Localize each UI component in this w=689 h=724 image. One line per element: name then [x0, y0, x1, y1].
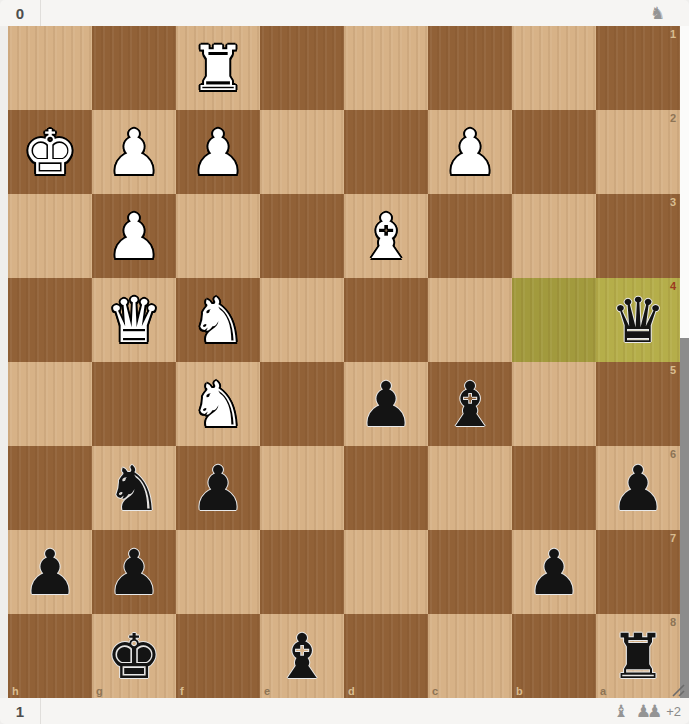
square-c1[interactable]: [428, 26, 512, 110]
square-e3[interactable]: [260, 194, 344, 278]
square-e4[interactable]: [260, 278, 344, 362]
square-b2[interactable]: [512, 110, 596, 194]
square-f2[interactable]: ♟: [176, 110, 260, 194]
square-c4[interactable]: [428, 278, 512, 362]
square-b4[interactable]: [512, 278, 596, 362]
piece-black-bishop-c5[interactable]: ♝: [428, 362, 512, 446]
square-d4[interactable]: [344, 278, 428, 362]
square-c2[interactable]: ♟: [428, 110, 512, 194]
square-d5[interactable]: ♟: [344, 362, 428, 446]
square-f6[interactable]: ♟: [176, 446, 260, 530]
piece-white-king-h2[interactable]: ♚: [8, 110, 92, 194]
square-g2[interactable]: ♟: [92, 110, 176, 194]
square-d8[interactable]: d: [344, 614, 428, 698]
rank-label-5: 5: [670, 364, 676, 376]
square-e8[interactable]: ♝e: [260, 614, 344, 698]
scrollbar-thumb[interactable]: [680, 338, 689, 698]
square-a7[interactable]: 7: [596, 530, 680, 614]
square-c7[interactable]: [428, 530, 512, 614]
rank-label-6: 6: [670, 448, 676, 460]
square-e1[interactable]: [260, 26, 344, 110]
square-a1[interactable]: 1: [596, 26, 680, 110]
file-label-c: c: [432, 685, 438, 697]
right-margin: [680, 26, 689, 338]
square-g7[interactable]: ♟: [92, 530, 176, 614]
piece-white-rook-f1[interactable]: ♜: [176, 26, 260, 110]
piece-white-pawn-c2[interactable]: ♟: [428, 110, 512, 194]
piece-white-pawn-f2[interactable]: ♟: [176, 110, 260, 194]
resize-icon: [671, 683, 686, 698]
rank-label-7: 7: [670, 532, 676, 544]
square-g3[interactable]: ♟: [92, 194, 176, 278]
square-f1[interactable]: ♜: [176, 26, 260, 110]
square-c3[interactable]: [428, 194, 512, 278]
lichess-board-widget: 0 ♞ ♜1♚♟♟♟2♟♝3♛♞♛4♞♟♝5♞♟♟6♟♟♟7h♚gf♝edcb♜…: [0, 0, 689, 724]
square-a6[interactable]: ♟6: [596, 446, 680, 530]
bottom-player-bar: 1 ♝♟♟+2: [0, 698, 689, 724]
file-label-a: a: [600, 685, 606, 697]
pawn-icon-group: ♟♟: [636, 703, 663, 720]
square-b8[interactable]: b: [512, 614, 596, 698]
square-g4[interactable]: ♛: [92, 278, 176, 362]
file-label-d: d: [348, 685, 355, 697]
piece-white-queen-g4[interactable]: ♛: [92, 278, 176, 362]
piece-black-bishop-e8[interactable]: ♝: [260, 614, 344, 698]
chess-board[interactable]: ♜1♚♟♟♟2♟♝3♛♞♛4♞♟♝5♞♟♟6♟♟♟7h♚gf♝edcb♜a8: [8, 26, 680, 698]
square-e6[interactable]: [260, 446, 344, 530]
square-a2[interactable]: 2: [596, 110, 680, 194]
file-label-b: b: [516, 685, 523, 697]
piece-white-pawn-g2[interactable]: ♟: [92, 110, 176, 194]
black-result: 1: [0, 698, 41, 724]
piece-white-bishop-d3[interactable]: ♝: [344, 194, 428, 278]
square-a8[interactable]: ♜a8: [596, 614, 680, 698]
square-d7[interactable]: [344, 530, 428, 614]
piece-white-knight-f4[interactable]: ♞: [176, 278, 260, 362]
square-a5[interactable]: 5: [596, 362, 680, 446]
piece-black-pawn-a6[interactable]: ♟: [596, 446, 680, 530]
piece-black-king-g8[interactable]: ♚: [92, 614, 176, 698]
piece-black-rook-a8[interactable]: ♜: [596, 614, 680, 698]
rank-label-3: 3: [670, 196, 676, 208]
piece-white-knight-f5[interactable]: ♞: [176, 362, 260, 446]
file-label-h: h: [12, 685, 19, 697]
piece-white-pawn-g3[interactable]: ♟: [92, 194, 176, 278]
square-b3[interactable]: [512, 194, 596, 278]
rank-label-8: 8: [670, 616, 676, 628]
top-player-bar: 0 ♞: [0, 0, 689, 26]
square-b7[interactable]: ♟: [512, 530, 596, 614]
square-h4[interactable]: [8, 278, 92, 362]
square-h5[interactable]: [8, 362, 92, 446]
file-label-f: f: [180, 685, 184, 697]
top-material-diff: ♞: [643, 5, 665, 22]
square-f5[interactable]: ♞: [176, 362, 260, 446]
rank-label-1: 1: [670, 28, 676, 40]
square-c8[interactable]: c: [428, 614, 512, 698]
piece-black-pawn-h7[interactable]: ♟: [8, 530, 92, 614]
square-b5[interactable]: [512, 362, 596, 446]
square-b6[interactable]: [512, 446, 596, 530]
material-advantage: +2: [666, 704, 681, 719]
pawn-icon: ♟: [647, 703, 662, 720]
knight-icon-group: ♞: [650, 5, 665, 22]
square-g1[interactable]: [92, 26, 176, 110]
piece-black-pawn-f6[interactable]: ♟: [176, 446, 260, 530]
piece-black-pawn-d5[interactable]: ♟: [344, 362, 428, 446]
square-h3[interactable]: [8, 194, 92, 278]
square-f7[interactable]: [176, 530, 260, 614]
square-c5[interactable]: ♝: [428, 362, 512, 446]
square-d3[interactable]: ♝: [344, 194, 428, 278]
square-a4[interactable]: ♛4: [596, 278, 680, 362]
rank-label-2: 2: [670, 112, 676, 124]
square-e7[interactable]: [260, 530, 344, 614]
square-b1[interactable]: [512, 26, 596, 110]
square-a3[interactable]: 3: [596, 194, 680, 278]
piece-black-pawn-b7[interactable]: ♟: [512, 530, 596, 614]
square-d1[interactable]: [344, 26, 428, 110]
square-d2[interactable]: [344, 110, 428, 194]
square-f8[interactable]: f: [176, 614, 260, 698]
file-label-g: g: [96, 685, 103, 697]
piece-black-knight-g6[interactable]: ♞: [92, 446, 176, 530]
square-g6[interactable]: ♞: [92, 446, 176, 530]
square-f3[interactable]: [176, 194, 260, 278]
square-e2[interactable]: [260, 110, 344, 194]
square-d6[interactable]: [344, 446, 428, 530]
piece-black-queen-a4[interactable]: ♛: [596, 278, 680, 362]
square-h1[interactable]: [8, 26, 92, 110]
square-g8[interactable]: ♚g: [92, 614, 176, 698]
bishop-icon-group: ♝: [613, 703, 628, 720]
square-h6[interactable]: [8, 446, 92, 530]
bishop-icon: ♝: [613, 703, 628, 720]
square-e5[interactable]: [260, 362, 344, 446]
square-f4[interactable]: ♞: [176, 278, 260, 362]
square-h7[interactable]: ♟: [8, 530, 92, 614]
rank-label-4: 4: [670, 280, 676, 292]
square-g5[interactable]: [92, 362, 176, 446]
file-label-e: e: [264, 685, 270, 697]
knight-icon: ♞: [650, 5, 665, 22]
square-h2[interactable]: ♚: [8, 110, 92, 194]
white-result: 0: [0, 0, 41, 26]
board-resize-handle[interactable]: [671, 683, 686, 698]
piece-black-pawn-g7[interactable]: ♟: [92, 530, 176, 614]
square-c6[interactable]: [428, 446, 512, 530]
square-h8[interactable]: h: [8, 614, 92, 698]
bottom-material-diff: ♝♟♟+2: [606, 703, 681, 720]
